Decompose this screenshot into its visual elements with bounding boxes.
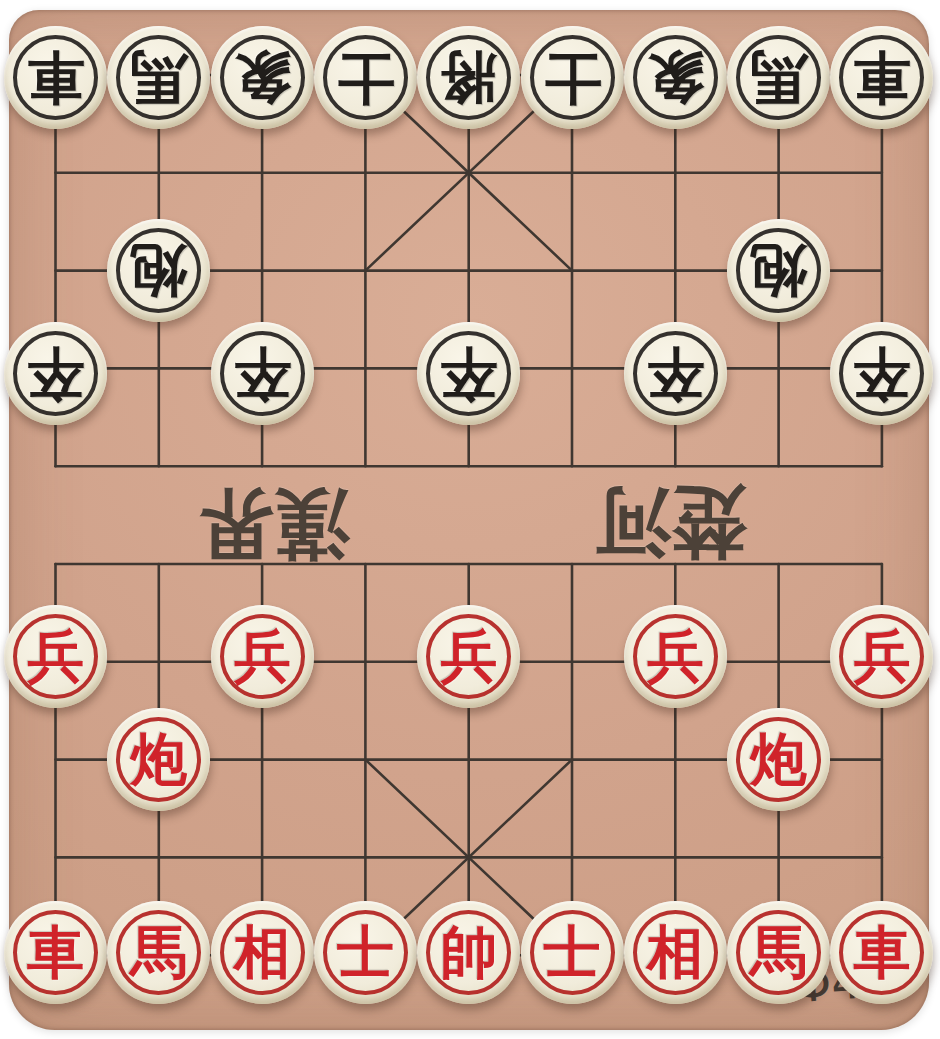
piece-black-soldier[interactable]: 卒 — [4, 322, 107, 425]
piece-red-advisor[interactable]: 士 — [314, 901, 417, 1004]
piece-glyph: 馬 — [130, 924, 187, 981]
piece-red-horse[interactable]: 馬 — [727, 901, 830, 1004]
piece-black-horse[interactable]: 馬 — [727, 26, 830, 129]
piece-red-soldier[interactable]: 兵 — [417, 605, 520, 708]
piece-glyph: 將 — [440, 49, 497, 106]
piece-red-soldier[interactable]: 兵 — [211, 605, 314, 708]
piece-glyph: 士 — [544, 49, 601, 106]
piece-glyph: 象 — [234, 49, 291, 106]
piece-red-elephant[interactable]: 相 — [624, 901, 727, 1004]
piece-glyph: 士 — [544, 924, 601, 981]
piece-red-chariot[interactable]: 車 — [830, 901, 933, 1004]
piece-red-advisor[interactable]: 士 — [521, 901, 624, 1004]
piece-glyph: 炮 — [130, 731, 187, 788]
product-photo: 漢界 楚河 Φ4 車馬象士將士象馬車炮炮卒卒卒卒卒兵兵兵兵兵炮炮車馬相士帥士相馬… — [0, 0, 940, 1039]
piece-black-cannon[interactable]: 炮 — [727, 219, 830, 322]
piece-black-advisor[interactable]: 士 — [314, 26, 417, 129]
piece-glyph: 兵 — [647, 628, 704, 685]
piece-glyph: 帥 — [440, 924, 497, 981]
board: 車馬象士將士象馬車炮炮卒卒卒卒卒兵兵兵兵兵炮炮車馬相士帥士相馬車 — [4, 26, 934, 1004]
piece-black-chariot[interactable]: 車 — [830, 26, 933, 129]
piece-red-general[interactable]: 帥 — [417, 901, 520, 1004]
piece-glyph: 馬 — [750, 924, 807, 981]
piece-glyph: 兵 — [440, 628, 497, 685]
piece-glyph: 馬 — [130, 49, 187, 106]
piece-glyph: 炮 — [750, 731, 807, 788]
piece-glyph: 兵 — [27, 628, 84, 685]
piece-glyph: 炮 — [750, 242, 807, 299]
piece-black-elephant[interactable]: 象 — [624, 26, 727, 129]
piece-red-soldier[interactable]: 兵 — [624, 605, 727, 708]
piece-red-soldier[interactable]: 兵 — [4, 605, 107, 708]
piece-black-soldier[interactable]: 卒 — [624, 322, 727, 425]
piece-glyph: 炮 — [130, 242, 187, 299]
piece-glyph: 象 — [647, 49, 704, 106]
piece-red-chariot[interactable]: 車 — [4, 901, 107, 1004]
piece-black-advisor[interactable]: 士 — [521, 26, 624, 129]
piece-glyph: 士 — [337, 924, 394, 981]
piece-glyph: 兵 — [234, 628, 291, 685]
piece-red-cannon[interactable]: 炮 — [107, 708, 210, 811]
piece-black-horse[interactable]: 馬 — [107, 26, 210, 129]
piece-black-cannon[interactable]: 炮 — [107, 219, 210, 322]
piece-glyph: 相 — [234, 924, 291, 981]
piece-red-elephant[interactable]: 相 — [211, 901, 314, 1004]
piece-black-soldier[interactable]: 卒 — [830, 322, 933, 425]
piece-red-cannon[interactable]: 炮 — [727, 708, 830, 811]
piece-glyph: 車 — [853, 924, 910, 981]
piece-red-soldier[interactable]: 兵 — [830, 605, 933, 708]
piece-glyph: 兵 — [853, 628, 910, 685]
piece-glyph: 相 — [647, 924, 704, 981]
piece-glyph: 馬 — [750, 49, 807, 106]
piece-black-elephant[interactable]: 象 — [211, 26, 314, 129]
piece-black-soldier[interactable]: 卒 — [211, 322, 314, 425]
piece-glyph: 車 — [27, 49, 84, 106]
piece-red-horse[interactable]: 馬 — [107, 901, 210, 1004]
piece-glyph: 卒 — [440, 345, 497, 402]
piece-glyph: 卒 — [27, 345, 84, 402]
piece-glyph: 卒 — [234, 345, 291, 402]
piece-glyph: 卒 — [853, 345, 910, 402]
piece-black-general[interactable]: 將 — [417, 26, 520, 129]
piece-black-soldier[interactable]: 卒 — [417, 322, 520, 425]
piece-black-chariot[interactable]: 車 — [4, 26, 107, 129]
piece-glyph: 車 — [27, 924, 84, 981]
piece-glyph: 士 — [337, 49, 394, 106]
piece-glyph: 卒 — [647, 345, 704, 402]
piece-glyph: 車 — [853, 49, 910, 106]
